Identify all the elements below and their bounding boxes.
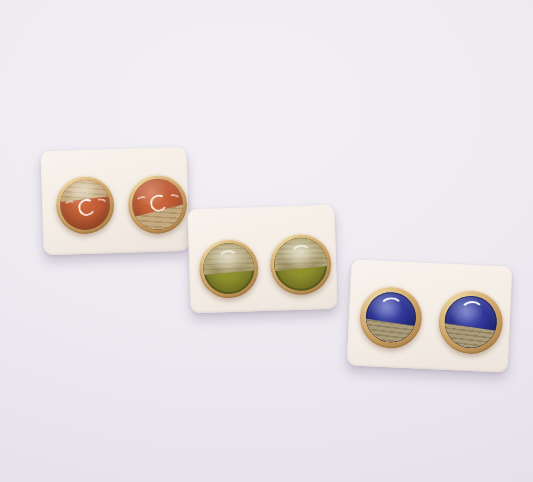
- earring-card-olive: [187, 205, 337, 314]
- stud-olive-right: [269, 233, 332, 296]
- stud-navy-left: [359, 285, 424, 350]
- stud-terracotta-right: [127, 174, 188, 235]
- stone-face-navy: [444, 295, 498, 349]
- stone-face-terracotta: [59, 179, 111, 231]
- stud-olive-left: [198, 238, 259, 299]
- stud-navy-right: [437, 288, 504, 355]
- earring-card-terracotta: [40, 147, 189, 256]
- earring-card-navy: [347, 259, 513, 372]
- stone-face-olive: [202, 242, 255, 295]
- stone-face-terracotta: [131, 178, 184, 231]
- stone-face-navy: [365, 291, 417, 343]
- stone-face-olive: [273, 237, 328, 292]
- stud-terracotta-left: [55, 175, 115, 235]
- product-photo-scene: [0, 0, 533, 482]
